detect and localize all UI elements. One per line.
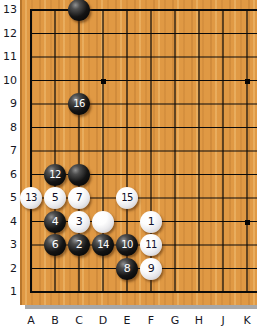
row-label-1: 1 [0,285,17,298]
row-label-3: 3 [0,238,17,251]
column-label-h: H [191,314,207,327]
stone-black-c3: 2 [68,234,90,256]
row-label-6: 6 [0,168,17,181]
row-label-8: 8 [0,121,17,134]
stone-white-c4: 3 [68,211,90,233]
column-label-g: G [167,314,183,327]
stone-black-c13 [68,0,90,21]
column-label-c: C [71,314,87,327]
column-label-e: E [119,314,135,327]
star-point [245,220,250,225]
row-label-4: 4 [0,215,17,228]
row-label-5: 5 [0,191,17,204]
star-point [245,79,250,84]
row-label-9: 9 [0,97,17,110]
row-label-7: 7 [0,144,17,157]
row-label-12: 12 [0,27,17,40]
column-label-j: J [215,314,231,327]
stone-black-c9: 16 [68,93,90,115]
go-board[interactable] [20,0,257,305]
row-label-10: 10 [0,74,17,87]
column-label-a: A [23,314,39,327]
row-label-11: 11 [0,50,17,63]
stone-white-f3: 11 [140,234,162,256]
stone-black-c6 [68,164,90,186]
stone-white-f4: 1 [140,211,162,233]
stone-white-a5: 13 [20,187,42,209]
stone-white-c5: 7 [68,187,90,209]
go-diagram: 1612135715431621410118913121110987654321… [0,0,257,332]
column-label-f: F [143,314,159,327]
column-label-b: B [47,314,63,327]
star-point [101,79,106,84]
row-label-2: 2 [0,262,17,275]
stone-black-b3: 6 [44,234,66,256]
stone-black-b6: 12 [44,164,66,186]
stone-black-e3: 10 [116,234,138,256]
stone-white-b5: 5 [44,187,66,209]
board-drop-shadow [25,305,257,309]
row-label-13: 13 [0,3,17,16]
stone-black-b4: 4 [44,211,66,233]
stone-black-e2: 8 [116,258,138,280]
stone-white-d4 [92,211,114,233]
column-label-d: D [95,314,111,327]
column-label-k: K [239,314,255,327]
stone-white-e5: 15 [116,187,138,209]
stone-white-f2: 9 [140,258,162,280]
stone-black-d3: 14 [92,234,114,256]
